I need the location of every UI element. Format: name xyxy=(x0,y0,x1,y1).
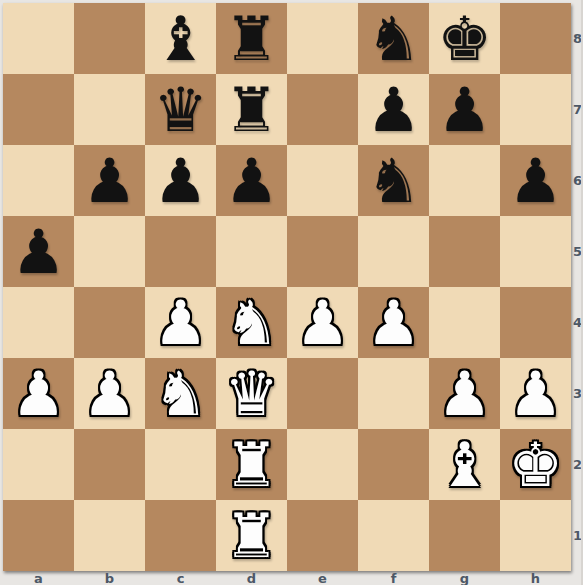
white-rook-d1[interactable]: ♜ xyxy=(224,500,279,571)
square-e2[interactable] xyxy=(287,429,358,500)
square-g1[interactable] xyxy=(429,500,500,571)
square-h5[interactable] xyxy=(500,216,571,287)
square-a2[interactable] xyxy=(3,429,74,500)
black-queen-c7[interactable]: ♛ xyxy=(153,74,208,145)
square-c5[interactable] xyxy=(145,216,216,287)
square-a6[interactable] xyxy=(3,145,74,216)
square-f1[interactable] xyxy=(358,500,429,571)
square-c2[interactable] xyxy=(145,429,216,500)
white-pawn-b3[interactable]: ♟ xyxy=(82,358,137,429)
white-pawn-c4[interactable]: ♟ xyxy=(153,287,208,358)
square-g8[interactable]: ♚ xyxy=(429,3,500,74)
square-f2[interactable] xyxy=(358,429,429,500)
square-b1[interactable] xyxy=(74,500,145,571)
black-pawn-f7[interactable]: ♟ xyxy=(366,74,421,145)
black-pawn-c6[interactable]: ♟ xyxy=(153,145,208,216)
square-f3[interactable] xyxy=(358,358,429,429)
black-knight-f8[interactable]: ♞ xyxy=(366,3,421,74)
square-h1[interactable] xyxy=(500,500,571,571)
white-pawn-e4[interactable]: ♟ xyxy=(295,287,350,358)
square-c8[interactable]: ♝ xyxy=(145,3,216,74)
square-d1[interactable]: ♜ xyxy=(216,500,287,571)
white-king-h2[interactable]: ♚ xyxy=(508,429,563,500)
square-g4[interactable] xyxy=(429,287,500,358)
white-rook-d2[interactable]: ♜ xyxy=(224,429,279,500)
white-knight-d4[interactable]: ♞ xyxy=(224,287,279,358)
square-f4[interactable]: ♟ xyxy=(358,287,429,358)
file-label-f: f xyxy=(358,571,429,585)
square-c3[interactable]: ♞ xyxy=(145,358,216,429)
square-e8[interactable] xyxy=(287,3,358,74)
file-label-h: h xyxy=(500,571,571,585)
square-h7[interactable] xyxy=(500,74,571,145)
square-f5[interactable] xyxy=(358,216,429,287)
black-pawn-a5[interactable]: ♟ xyxy=(11,216,66,287)
square-b8[interactable] xyxy=(74,3,145,74)
black-rook-d7[interactable]: ♜ xyxy=(224,74,279,145)
square-g7[interactable]: ♟ xyxy=(429,74,500,145)
square-e6[interactable] xyxy=(287,145,358,216)
white-pawn-a3[interactable]: ♟ xyxy=(11,358,66,429)
white-queen-d3[interactable]: ♛ xyxy=(224,358,279,429)
square-e5[interactable] xyxy=(287,216,358,287)
file-label-d: d xyxy=(216,571,287,585)
square-b4[interactable] xyxy=(74,287,145,358)
square-h8[interactable] xyxy=(500,3,571,74)
square-e1[interactable] xyxy=(287,500,358,571)
square-e4[interactable]: ♟ xyxy=(287,287,358,358)
square-a3[interactable]: ♟ xyxy=(3,358,74,429)
square-d7[interactable]: ♜ xyxy=(216,74,287,145)
black-knight-f6[interactable]: ♞ xyxy=(366,145,421,216)
chess-board: ♝♜♞♚♛♜♟♟♟♟♟♞♟♟♟♞♟♟♟♟♞♛♟♟♜♝♚♜ xyxy=(3,3,571,571)
file-label-c: c xyxy=(145,571,216,585)
square-g3[interactable]: ♟ xyxy=(429,358,500,429)
square-b7[interactable] xyxy=(74,74,145,145)
square-c6[interactable]: ♟ xyxy=(145,145,216,216)
black-pawn-d6[interactable]: ♟ xyxy=(224,145,279,216)
square-h4[interactable] xyxy=(500,287,571,358)
square-a1[interactable] xyxy=(3,500,74,571)
square-f7[interactable]: ♟ xyxy=(358,74,429,145)
white-pawn-h3[interactable]: ♟ xyxy=(508,358,563,429)
file-label-g: g xyxy=(429,571,500,585)
file-label-a: a xyxy=(3,571,74,585)
square-g2[interactable]: ♝ xyxy=(429,429,500,500)
square-h2[interactable]: ♚ xyxy=(500,429,571,500)
square-g6[interactable] xyxy=(429,145,500,216)
square-d5[interactable] xyxy=(216,216,287,287)
square-e3[interactable] xyxy=(287,358,358,429)
square-g5[interactable] xyxy=(429,216,500,287)
square-d8[interactable]: ♜ xyxy=(216,3,287,74)
square-c7[interactable]: ♛ xyxy=(145,74,216,145)
square-b5[interactable] xyxy=(74,216,145,287)
black-bishop-c8[interactable]: ♝ xyxy=(153,3,208,74)
white-knight-c3[interactable]: ♞ xyxy=(153,358,208,429)
square-c1[interactable] xyxy=(145,500,216,571)
square-b3[interactable]: ♟ xyxy=(74,358,145,429)
square-a4[interactable] xyxy=(3,287,74,358)
file-label-b: b xyxy=(74,571,145,585)
file-label-e: e xyxy=(287,571,358,585)
square-f6[interactable]: ♞ xyxy=(358,145,429,216)
black-pawn-h6[interactable]: ♟ xyxy=(508,145,563,216)
black-rook-d8[interactable]: ♜ xyxy=(224,3,279,74)
square-b6[interactable]: ♟ xyxy=(74,145,145,216)
black-pawn-b6[interactable]: ♟ xyxy=(82,145,137,216)
white-bishop-g2[interactable]: ♝ xyxy=(437,429,492,500)
square-d3[interactable]: ♛ xyxy=(216,358,287,429)
square-a5[interactable]: ♟ xyxy=(3,216,74,287)
square-h6[interactable]: ♟ xyxy=(500,145,571,216)
square-a7[interactable] xyxy=(3,74,74,145)
chess-app: ♝♜♞♚♛♜♟♟♟♟♟♞♟♟♟♞♟♟♟♟♞♛♟♟♜♝♚♜ 87654321 ab… xyxy=(0,0,583,585)
square-d4[interactable]: ♞ xyxy=(216,287,287,358)
square-d6[interactable]: ♟ xyxy=(216,145,287,216)
square-c4[interactable]: ♟ xyxy=(145,287,216,358)
square-e7[interactable] xyxy=(287,74,358,145)
white-pawn-f4[interactable]: ♟ xyxy=(366,287,421,358)
square-h3[interactable]: ♟ xyxy=(500,358,571,429)
square-d2[interactable]: ♜ xyxy=(216,429,287,500)
white-pawn-g3[interactable]: ♟ xyxy=(437,358,492,429)
square-f8[interactable]: ♞ xyxy=(358,3,429,74)
square-a8[interactable] xyxy=(3,3,74,74)
square-b2[interactable] xyxy=(74,429,145,500)
black-king-g8[interactable]: ♚ xyxy=(437,3,492,74)
black-pawn-g7[interactable]: ♟ xyxy=(437,74,492,145)
